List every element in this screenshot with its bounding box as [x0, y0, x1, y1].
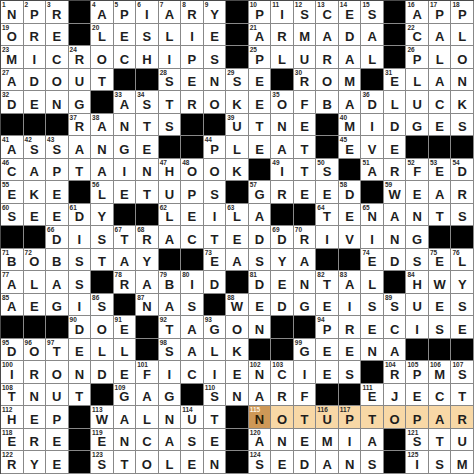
grid-cell-r1c19[interactable]: 16A [406, 1, 429, 24]
grid-cell-r17c6[interactable]: E [114, 361, 137, 384]
grid-cell-r11c7[interactable]: 68R [136, 226, 159, 249]
grid-cell-r21c2[interactable]: Y [24, 451, 47, 474]
grid-cell-r17c12[interactable]: 102N [249, 361, 272, 384]
grid-cell-r15c12[interactable]: N [249, 316, 272, 339]
grid-cell-r13c8[interactable]: 79B [159, 271, 182, 294]
grid-cell-r8c7[interactable]: N [136, 159, 159, 182]
grid-cell-r18c14[interactable]: F [294, 384, 317, 407]
grid-cell-r11c5[interactable]: S [91, 226, 114, 249]
grid-cell-r21c17[interactable]: S [361, 451, 384, 474]
grid-cell-r13c10[interactable]: D [204, 271, 227, 294]
grid-cell-r19c6[interactable]: A [114, 406, 137, 429]
grid-cell-r20c21[interactable]: U [451, 429, 474, 452]
grid-cell-r10c1[interactable]: 60S [1, 204, 24, 227]
grid-cell-r3c9[interactable]: P [181, 46, 204, 69]
grid-cell-r13c7[interactable]: A [136, 271, 159, 294]
grid-cell-r5c6[interactable]: 33A [114, 91, 137, 114]
grid-cell-r17c21[interactable]: 107S [451, 361, 474, 384]
grid-cell-r7c1[interactable]: 41A [1, 136, 24, 159]
grid-cell-r20c6[interactable]: N [114, 429, 137, 452]
grid-cell-r12c12[interactable]: S [249, 249, 272, 272]
grid-cell-r21c15[interactable]: A [316, 451, 339, 474]
grid-cell-r13c21[interactable]: Y [451, 271, 474, 294]
grid-cell-r15c6[interactable]: 91E [114, 316, 137, 339]
grid-cell-r17c7[interactable]: 101F [136, 361, 159, 384]
grid-cell-r10c21[interactable]: S [451, 204, 474, 227]
grid-cell-r1c20[interactable]: 17P [429, 1, 452, 24]
grid-cell-r3c17[interactable]: L [361, 46, 384, 69]
grid-cell-r13c20[interactable]: W [429, 271, 452, 294]
grid-cell-r11c17[interactable]: I [361, 226, 384, 249]
grid-cell-r9c15[interactable]: E [316, 181, 339, 204]
grid-cell-r13c13[interactable]: E [271, 271, 294, 294]
grid-cell-r21c14[interactable]: D [294, 451, 317, 474]
grid-cell-r4c14[interactable]: 30R [294, 69, 317, 92]
grid-cell-r18c11[interactable]: N [226, 384, 249, 407]
grid-cell-r16c18[interactable]: A [384, 339, 407, 362]
grid-cell-r16c9[interactable]: A [181, 339, 204, 362]
grid-cell-r17c20[interactable]: 106M [429, 361, 452, 384]
grid-cell-r2c7[interactable]: S [136, 24, 159, 47]
grid-cell-r6c13[interactable]: N [271, 114, 294, 137]
grid-cell-r14c8[interactable]: A [159, 294, 182, 317]
grid-cell-r21c21[interactable]: M [451, 451, 474, 474]
grid-cell-r7c2[interactable]: 42S [24, 136, 47, 159]
grid-cell-r6c7[interactable]: T [136, 114, 159, 137]
grid-cell-r14c19[interactable]: U [406, 294, 429, 317]
grid-cell-r2c1[interactable]: 19O [1, 24, 24, 47]
grid-cell-r3c13[interactable]: L [271, 46, 294, 69]
grid-cell-r5c9[interactable]: R [181, 91, 204, 114]
grid-cell-r1c14[interactable]: 12S [294, 1, 317, 24]
grid-cell-r18c13[interactable]: R [271, 384, 294, 407]
selected-cell-r19c12[interactable]: 115N [249, 406, 272, 429]
grid-cell-r20c15[interactable]: M [316, 429, 339, 452]
grid-cell-r4c16[interactable]: M [339, 69, 362, 92]
grid-cell-r16c11[interactable]: K [226, 339, 249, 362]
grid-cell-r5c14[interactable]: F [294, 91, 317, 114]
grid-cell-r16c4[interactable]: E [69, 339, 92, 362]
grid-cell-r17c13[interactable]: 103C [271, 361, 294, 384]
grid-cell-r16c17[interactable]: N [361, 339, 384, 362]
grid-cell-r16c2[interactable]: 96O [24, 339, 47, 362]
grid-cell-r19c5[interactable]: 113W [91, 406, 114, 429]
grid-cell-r19c15[interactable]: 116U [316, 406, 339, 429]
grid-cell-r12c6[interactable]: A [114, 249, 137, 272]
grid-cell-r5c10[interactable]: O [204, 91, 227, 114]
grid-cell-r3c12[interactable]: 25P [249, 46, 272, 69]
grid-cell-r21c19[interactable]: 125I [406, 451, 429, 474]
grid-cell-r10c19[interactable]: N [406, 204, 429, 227]
grid-cell-r20c7[interactable]: C [136, 429, 159, 452]
grid-cell-r7c10[interactable]: 44P [204, 136, 227, 159]
grid-cell-r1c7[interactable]: 6I [136, 1, 159, 24]
grid-cell-r13c2[interactable]: L [24, 271, 47, 294]
grid-cell-r2c9[interactable]: I [181, 24, 204, 47]
grid-cell-r4c4[interactable]: U [69, 69, 92, 92]
grid-cell-r14c21[interactable]: S [451, 294, 474, 317]
grid-cell-r5c7[interactable]: 34S [136, 91, 159, 114]
grid-cell-r17c9[interactable]: C [181, 361, 204, 384]
grid-cell-r12c21[interactable]: 76L [451, 249, 474, 272]
grid-cell-r13c16[interactable]: 83A [339, 271, 362, 294]
grid-cell-r14c7[interactable]: 87N [136, 294, 159, 317]
grid-cell-r16c5[interactable]: L [91, 339, 114, 362]
grid-cell-r1c3[interactable]: 3R [46, 1, 69, 24]
grid-cell-r21c1[interactable]: 122R [1, 451, 24, 474]
grid-cell-r2c15[interactable]: A [316, 24, 339, 47]
grid-cell-r19c19[interactable]: P [406, 406, 429, 429]
grid-cell-r1c16[interactable]: 14E [339, 1, 362, 24]
grid-cell-r14c2[interactable]: E [24, 294, 47, 317]
grid-cell-r21c16[interactable]: N [339, 451, 362, 474]
grid-cell-r13c19[interactable]: 84H [406, 271, 429, 294]
grid-cell-r9c10[interactable]: S [204, 181, 227, 204]
grid-cell-r3c6[interactable]: C [114, 46, 137, 69]
grid-cell-r17c1[interactable]: 100I [1, 361, 24, 384]
grid-cell-r4c11[interactable]: 29S [226, 69, 249, 92]
grid-cell-r19c21[interactable]: R [451, 406, 474, 429]
grid-cell-r9c21[interactable]: R [451, 181, 474, 204]
grid-cell-r19c8[interactable]: N [159, 406, 182, 429]
grid-cell-r1c8[interactable]: 7A [159, 1, 182, 24]
grid-cell-r20c2[interactable]: R [24, 429, 47, 452]
grid-cell-r14c13[interactable]: D [271, 294, 294, 317]
grid-cell-r7c12[interactable]: E [249, 136, 272, 159]
grid-cell-r8c8[interactable]: 47H [159, 159, 182, 182]
grid-cell-r2c6[interactable]: E [114, 24, 137, 47]
grid-cell-r9c6[interactable]: E [114, 181, 137, 204]
grid-cell-r2c20[interactable]: A [429, 24, 452, 47]
grid-cell-r14c15[interactable]: E [316, 294, 339, 317]
grid-cell-r8c20[interactable]: 53E [429, 159, 452, 182]
grid-cell-r2c10[interactable]: E [204, 24, 227, 47]
grid-cell-r8c13[interactable]: 49I [271, 159, 294, 182]
grid-cell-r10c15[interactable]: 64T [316, 204, 339, 227]
grid-cell-r8c21[interactable]: 54D [451, 159, 474, 182]
grid-cell-r6c5[interactable]: 38A [91, 114, 114, 137]
grid-cell-r8c10[interactable]: O [204, 159, 227, 182]
grid-cell-r9c5[interactable]: 56L [91, 181, 114, 204]
grid-cell-r1c5[interactable]: 4A [91, 1, 114, 24]
grid-cell-r21c6[interactable]: T [114, 451, 137, 474]
grid-cell-r4c8[interactable]: 28S [159, 69, 182, 92]
grid-cell-r20c17[interactable]: A [361, 429, 384, 452]
grid-cell-r2c21[interactable]: L [451, 24, 474, 47]
grid-cell-r18c8[interactable]: G [159, 384, 182, 407]
grid-cell-r7c11[interactable]: L [226, 136, 249, 159]
grid-cell-r5c13[interactable]: 35O [271, 91, 294, 114]
grid-cell-r20c20[interactable]: T [429, 429, 452, 452]
grid-cell-r18c2[interactable]: N [24, 384, 47, 407]
grid-cell-r3c7[interactable]: H [136, 46, 159, 69]
grid-cell-r11c3[interactable]: 66D [46, 226, 69, 249]
grid-cell-r18c1[interactable]: 108T [1, 384, 24, 407]
grid-cell-r20c9[interactable]: S [181, 429, 204, 452]
grid-cell-r6c21[interactable]: S [451, 114, 474, 137]
grid-cell-r5c18[interactable]: L [384, 91, 407, 114]
grid-cell-r20c3[interactable]: E [46, 429, 69, 452]
grid-cell-r1c10[interactable]: 9Y [204, 1, 227, 24]
grid-cell-r16c14[interactable]: 99G [294, 339, 317, 362]
grid-cell-r16c16[interactable]: E [339, 339, 362, 362]
grid-cell-r15c4[interactable]: 90D [69, 316, 92, 339]
grid-cell-r17c5[interactable]: D [91, 361, 114, 384]
grid-cell-r2c12[interactable]: 21A [249, 24, 272, 47]
grid-cell-r16c1[interactable]: 95D [1, 339, 24, 362]
grid-cell-r7c7[interactable]: E [136, 136, 159, 159]
grid-cell-r12c1[interactable]: 71B [1, 249, 24, 272]
grid-cell-r9c18[interactable]: 59W [384, 181, 407, 204]
grid-cell-r9c16[interactable]: 58D [339, 181, 362, 204]
grid-cell-r7c16[interactable]: 45E [339, 136, 362, 159]
grid-cell-r6c19[interactable]: G [406, 114, 429, 137]
grid-cell-r4c18[interactable]: 31E [384, 69, 407, 92]
grid-cell-r14c1[interactable]: 85A [1, 294, 24, 317]
grid-cell-r2c2[interactable]: R [24, 24, 47, 47]
grid-cell-r9c13[interactable]: R [271, 181, 294, 204]
grid-cell-r18c17[interactable]: 111E [361, 384, 384, 407]
grid-cell-r11c19[interactable]: G [406, 226, 429, 249]
grid-cell-r21c3[interactable]: E [46, 451, 69, 474]
grid-cell-r9c20[interactable]: A [429, 181, 452, 204]
grid-cell-r12c14[interactable]: A [294, 249, 317, 272]
grid-cell-r15c11[interactable]: O [226, 316, 249, 339]
grid-cell-r5c4[interactable]: G [69, 91, 92, 114]
grid-cell-r9c8[interactable]: U [159, 181, 182, 204]
grid-cell-r21c8[interactable]: L [159, 451, 182, 474]
grid-cell-r15c10[interactable]: 93G [204, 316, 227, 339]
grid-cell-r10c18[interactable]: A [384, 204, 407, 227]
grid-cell-r10c20[interactable]: T [429, 204, 452, 227]
grid-cell-r15c15[interactable]: 94P [316, 316, 339, 339]
grid-cell-r15c18[interactable]: C [384, 316, 407, 339]
grid-cell-r15c19[interactable]: I [406, 316, 429, 339]
grid-cell-r14c18[interactable]: 89S [384, 294, 407, 317]
grid-cell-r7c13[interactable]: A [271, 136, 294, 159]
grid-cell-r8c9[interactable]: 48O [181, 159, 204, 182]
grid-cell-r15c8[interactable]: 92T [159, 316, 182, 339]
grid-cell-r12c11[interactable]: A [226, 249, 249, 272]
grid-cell-r1c9[interactable]: 8R [181, 1, 204, 24]
grid-cell-r20c14[interactable]: E [294, 429, 317, 452]
grid-cell-r4c2[interactable]: D [24, 69, 47, 92]
grid-cell-r17c15[interactable]: E [316, 361, 339, 384]
grid-cell-r6c6[interactable]: N [114, 114, 137, 137]
grid-cell-r21c13[interactable]: E [271, 451, 294, 474]
grid-cell-r11c12[interactable]: D [249, 226, 272, 249]
grid-cell-r4c9[interactable]: E [181, 69, 204, 92]
grid-cell-r2c19[interactable]: 22C [406, 24, 429, 47]
grid-cell-r16c15[interactable]: E [316, 339, 339, 362]
grid-cell-r18c21[interactable]: T [451, 384, 474, 407]
grid-cell-r9c3[interactable]: E [46, 181, 69, 204]
grid-cell-r1c21[interactable]: 18P [451, 1, 474, 24]
grid-cell-r4c19[interactable]: L [406, 69, 429, 92]
grid-cell-r12c7[interactable]: Y [136, 249, 159, 272]
grid-cell-r8c15[interactable]: 50S [316, 159, 339, 182]
grid-cell-r11c11[interactable]: E [226, 226, 249, 249]
grid-cell-r9c7[interactable]: T [136, 181, 159, 204]
grid-cell-r19c1[interactable]: 112H [1, 406, 24, 429]
grid-cell-r7c14[interactable]: T [294, 136, 317, 159]
grid-cell-r2c17[interactable]: A [361, 24, 384, 47]
grid-cell-r3c19[interactable]: 26P [406, 46, 429, 69]
grid-cell-r12c10[interactable]: 73E [204, 249, 227, 272]
grid-cell-r10c11[interactable]: 63L [226, 204, 249, 227]
grid-cell-r3c21[interactable]: O [451, 46, 474, 69]
grid-cell-r19c16[interactable]: 117P [339, 406, 362, 429]
grid-cell-r1c2[interactable]: 2P [24, 1, 47, 24]
grid-cell-r14c4[interactable]: I [69, 294, 92, 317]
grid-cell-r6c12[interactable]: T [249, 114, 272, 137]
grid-cell-r7c17[interactable]: V [361, 136, 384, 159]
grid-cell-r15c17[interactable]: E [361, 316, 384, 339]
grid-cell-r3c2[interactable]: I [24, 46, 47, 69]
grid-cell-r18c10[interactable]: 110S [204, 384, 227, 407]
grid-cell-r17c19[interactable]: 105P [406, 361, 429, 384]
grid-cell-r18c3[interactable]: U [46, 384, 69, 407]
grid-cell-r7c3[interactable]: 43S [46, 136, 69, 159]
grid-cell-r19c3[interactable]: P [46, 406, 69, 429]
grid-cell-r6c8[interactable]: S [159, 114, 182, 137]
grid-cell-r2c14[interactable]: M [294, 24, 317, 47]
grid-cell-r13c15[interactable]: 82T [316, 271, 339, 294]
grid-cell-r9c9[interactable]: P [181, 181, 204, 204]
grid-cell-r6c14[interactable]: E [294, 114, 317, 137]
grid-cell-r19c17[interactable]: T [361, 406, 384, 429]
grid-cell-r16c8[interactable]: 98S [159, 339, 182, 362]
grid-cell-r4c10[interactable]: N [204, 69, 227, 92]
grid-cell-r17c2[interactable]: R [24, 361, 47, 384]
grid-cell-r10c4[interactable]: 61D [69, 204, 92, 227]
grid-cell-r17c3[interactable]: O [46, 361, 69, 384]
grid-cell-r15c16[interactable]: R [339, 316, 362, 339]
grid-cell-r2c3[interactable]: E [46, 24, 69, 47]
grid-cell-r19c20[interactable]: A [429, 406, 452, 429]
grid-cell-r21c10[interactable]: N [204, 451, 227, 474]
grid-cell-r5c15[interactable]: B [316, 91, 339, 114]
grid-cell-r21c20[interactable]: S [429, 451, 452, 474]
grid-cell-r3c16[interactable]: A [339, 46, 362, 69]
grid-cell-r5c20[interactable]: C [429, 91, 452, 114]
grid-cell-r8c1[interactable]: 46C [1, 159, 24, 182]
grid-cell-r14c11[interactable]: 88W [226, 294, 249, 317]
grid-cell-r20c12[interactable]: 120A [249, 429, 272, 452]
grid-cell-r3c20[interactable]: L [429, 46, 452, 69]
grid-cell-r9c1[interactable]: 55E [1, 181, 24, 204]
grid-cell-r13c6[interactable]: 78R [114, 271, 137, 294]
grid-cell-r6c17[interactable]: I [361, 114, 384, 137]
grid-cell-r20c19[interactable]: 121S [406, 429, 429, 452]
grid-cell-r14c14[interactable]: G [294, 294, 317, 317]
grid-cell-r12c2[interactable]: 72O [24, 249, 47, 272]
grid-cell-r14c5[interactable]: 86S [91, 294, 114, 317]
grid-cell-r10c5[interactable]: Y [91, 204, 114, 227]
grid-cell-r17c16[interactable]: S [339, 361, 362, 384]
grid-cell-r21c12[interactable]: 124S [249, 451, 272, 474]
grid-cell-r12c20[interactable]: 75E [429, 249, 452, 272]
grid-cell-r8c3[interactable]: P [46, 159, 69, 182]
grid-cell-r17c14[interactable]: I [294, 361, 317, 384]
grid-cell-r6c4[interactable]: 37R [69, 114, 92, 137]
grid-cell-r4c12[interactable]: E [249, 69, 272, 92]
grid-cell-r6c16[interactable]: 40M [339, 114, 362, 137]
grid-cell-r12c13[interactable]: Y [271, 249, 294, 272]
grid-cell-r4c20[interactable]: A [429, 69, 452, 92]
grid-cell-r1c12[interactable]: 10P [249, 1, 272, 24]
grid-cell-r4c21[interactable]: N [451, 69, 474, 92]
grid-cell-r4c15[interactable]: O [316, 69, 339, 92]
grid-cell-r18c19[interactable]: E [406, 384, 429, 407]
grid-cell-r6c18[interactable]: D [384, 114, 407, 137]
grid-cell-r2c8[interactable]: L [159, 24, 182, 47]
grid-cell-r1c1[interactable]: 1N [1, 1, 24, 24]
grid-cell-r1c13[interactable]: 11I [271, 1, 294, 24]
grid-cell-r10c16[interactable]: E [339, 204, 362, 227]
grid-cell-r2c5[interactable]: 20L [91, 24, 114, 47]
grid-cell-r17c8[interactable]: I [159, 361, 182, 384]
grid-cell-r7c4[interactable]: A [69, 136, 92, 159]
grid-cell-r14c3[interactable]: G [46, 294, 69, 317]
grid-cell-r13c1[interactable]: 77A [1, 271, 24, 294]
grid-cell-r13c14[interactable]: N [294, 271, 317, 294]
grid-cell-r6c11[interactable]: 39U [226, 114, 249, 137]
grid-cell-r20c8[interactable]: A [159, 429, 182, 452]
grid-cell-r3c3[interactable]: C [46, 46, 69, 69]
grid-cell-r12c4[interactable]: S [69, 249, 92, 272]
grid-cell-r13c3[interactable]: A [46, 271, 69, 294]
grid-cell-r14c20[interactable]: E [429, 294, 452, 317]
grid-cell-r5c21[interactable]: K [451, 91, 474, 114]
grid-cell-r8c14[interactable]: T [294, 159, 317, 182]
grid-cell-r4c1[interactable]: 27A [1, 69, 24, 92]
grid-cell-r8c4[interactable]: T [69, 159, 92, 182]
grid-cell-r16c3[interactable]: 97T [46, 339, 69, 362]
grid-cell-r15c5[interactable]: O [91, 316, 114, 339]
grid-cell-r3c10[interactable]: S [204, 46, 227, 69]
grid-cell-r4c3[interactable]: O [46, 69, 69, 92]
grid-cell-r5c2[interactable]: E [24, 91, 47, 114]
grid-cell-r7c6[interactable]: G [114, 136, 137, 159]
grid-cell-r11c8[interactable]: A [159, 226, 182, 249]
grid-cell-r20c1[interactable]: 118E [1, 429, 24, 452]
grid-cell-r21c9[interactable]: E [181, 451, 204, 474]
grid-cell-r8c6[interactable]: I [114, 159, 137, 182]
grid-cell-r10c9[interactable]: E [181, 204, 204, 227]
grid-cell-r17c11[interactable]: E [226, 361, 249, 384]
grid-cell-r20c16[interactable]: I [339, 429, 362, 452]
grid-cell-r18c20[interactable]: C [429, 384, 452, 407]
grid-cell-r3c14[interactable]: U [294, 46, 317, 69]
grid-cell-r11c16[interactable]: V [339, 226, 362, 249]
grid-cell-r5c16[interactable]: A [339, 91, 362, 114]
grid-cell-r18c6[interactable]: 109G [114, 384, 137, 407]
grid-cell-r7c18[interactable]: E [384, 136, 407, 159]
grid-cell-r8c17[interactable]: 51A [361, 159, 384, 182]
grid-cell-r18c7[interactable]: A [136, 384, 159, 407]
grid-cell-r12c5[interactable]: T [91, 249, 114, 272]
grid-cell-r8c18[interactable]: R [384, 159, 407, 182]
grid-cell-r9c19[interactable]: E [406, 181, 429, 204]
grid-cell-r17c18[interactable]: 104R [384, 361, 407, 384]
grid-cell-r5c11[interactable]: K [226, 91, 249, 114]
grid-cell-r5c17[interactable]: 36D [361, 91, 384, 114]
grid-cell-r12c18[interactable]: D [384, 249, 407, 272]
grid-cell-r3c15[interactable]: R [316, 46, 339, 69]
grid-cell-r21c7[interactable]: O [136, 451, 159, 474]
grid-cell-r5c1[interactable]: 32D [1, 91, 24, 114]
